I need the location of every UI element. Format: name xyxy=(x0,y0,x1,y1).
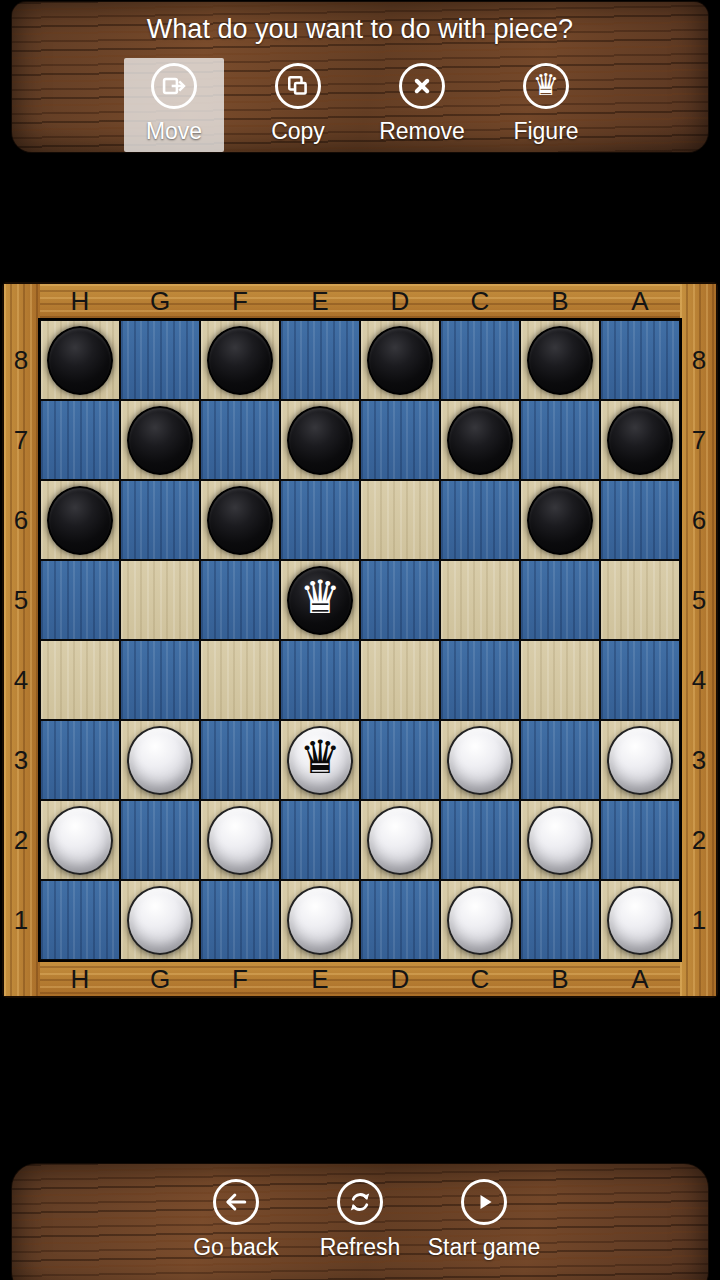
board-frame-right xyxy=(680,284,716,996)
crown-icon: ♛ xyxy=(299,574,340,620)
white-man[interactable] xyxy=(447,886,513,955)
board-field: ♛♛ xyxy=(38,318,682,962)
white-man[interactable] xyxy=(207,806,273,875)
black-man[interactable] xyxy=(527,486,593,555)
square-h5[interactable] xyxy=(40,560,120,640)
white-man[interactable] xyxy=(447,726,513,795)
white-king[interactable]: ♛ xyxy=(287,726,353,795)
white-man[interactable] xyxy=(607,886,673,955)
square-d6[interactable] xyxy=(360,480,440,560)
start-game-label: Start game xyxy=(428,1234,541,1261)
square-c1[interactable] xyxy=(440,880,520,960)
square-b3[interactable] xyxy=(520,720,600,800)
white-man[interactable] xyxy=(367,806,433,875)
square-g3[interactable] xyxy=(120,720,200,800)
square-d1[interactable] xyxy=(360,880,440,960)
square-g1[interactable] xyxy=(120,880,200,960)
circular-arrows-icon xyxy=(337,1179,383,1225)
square-a4[interactable] xyxy=(600,640,680,720)
go-back-button[interactable]: Go back xyxy=(181,1174,291,1274)
copy-button[interactable]: Copy xyxy=(248,58,348,152)
square-b8[interactable] xyxy=(520,320,600,400)
black-man[interactable] xyxy=(47,486,113,555)
white-man[interactable] xyxy=(287,886,353,955)
square-a2[interactable] xyxy=(600,800,680,880)
play-triangle-icon xyxy=(461,1179,507,1225)
square-h2[interactable] xyxy=(40,800,120,880)
square-f5[interactable] xyxy=(200,560,280,640)
box-arrow-right-icon xyxy=(151,63,197,109)
move-label: Move xyxy=(146,118,202,145)
black-man[interactable] xyxy=(127,406,193,475)
arrow-left-icon xyxy=(213,1179,259,1225)
square-e5[interactable]: ♛ xyxy=(280,560,360,640)
square-h8[interactable] xyxy=(40,320,120,400)
refresh-label: Refresh xyxy=(320,1234,401,1261)
square-f1[interactable] xyxy=(200,880,280,960)
square-f6[interactable] xyxy=(200,480,280,560)
square-f8[interactable] xyxy=(200,320,280,400)
square-d4[interactable] xyxy=(360,640,440,720)
square-h4[interactable] xyxy=(40,640,120,720)
square-e8[interactable] xyxy=(280,320,360,400)
white-man[interactable] xyxy=(527,806,593,875)
square-f2[interactable] xyxy=(200,800,280,880)
black-man[interactable] xyxy=(607,406,673,475)
square-d8[interactable] xyxy=(360,320,440,400)
square-a8[interactable] xyxy=(600,320,680,400)
square-g2[interactable] xyxy=(120,800,200,880)
dialog-actions: Move Copy Remove ♛ xyxy=(12,58,708,152)
board-frame-top xyxy=(4,284,716,320)
board-frame-left xyxy=(4,284,40,996)
go-back-label: Go back xyxy=(193,1234,279,1261)
square-d3[interactable] xyxy=(360,720,440,800)
square-e6[interactable] xyxy=(280,480,360,560)
square-g8[interactable] xyxy=(120,320,200,400)
checkers-board: HGFEDCBA HGFEDCBA 87654321 87654321 ♛♛ xyxy=(4,284,716,996)
refresh-button[interactable]: Refresh xyxy=(305,1174,415,1274)
square-f3[interactable] xyxy=(200,720,280,800)
square-c7[interactable] xyxy=(440,400,520,480)
square-c4[interactable] xyxy=(440,640,520,720)
copy-label: Copy xyxy=(271,118,325,145)
square-e4[interactable] xyxy=(280,640,360,720)
square-c6[interactable] xyxy=(440,480,520,560)
toolbar-buttons: Go back Refresh Start game xyxy=(12,1174,708,1274)
remove-label: Remove xyxy=(379,118,465,145)
square-a1[interactable] xyxy=(600,880,680,960)
square-d5[interactable] xyxy=(360,560,440,640)
black-man[interactable] xyxy=(367,326,433,395)
square-f4[interactable] xyxy=(200,640,280,720)
square-f7[interactable] xyxy=(200,400,280,480)
square-b7[interactable] xyxy=(520,400,600,480)
black-man[interactable] xyxy=(447,406,513,475)
square-e1[interactable] xyxy=(280,880,360,960)
black-man[interactable] xyxy=(207,326,273,395)
square-a5[interactable] xyxy=(600,560,680,640)
crown-icon: ♛ xyxy=(523,63,569,109)
black-man[interactable] xyxy=(207,486,273,555)
square-h6[interactable] xyxy=(40,480,120,560)
start-game-button[interactable]: Start game xyxy=(429,1174,539,1274)
square-g7[interactable] xyxy=(120,400,200,480)
square-e3[interactable]: ♛ xyxy=(280,720,360,800)
black-king[interactable]: ♛ xyxy=(287,566,353,635)
square-c5[interactable] xyxy=(440,560,520,640)
square-h3[interactable] xyxy=(40,720,120,800)
square-d2[interactable] xyxy=(360,800,440,880)
black-man[interactable] xyxy=(527,326,593,395)
square-h1[interactable] xyxy=(40,880,120,960)
square-a7[interactable] xyxy=(600,400,680,480)
square-e7[interactable] xyxy=(280,400,360,480)
remove-button[interactable]: Remove xyxy=(372,58,472,152)
figure-label: Figure xyxy=(513,118,578,145)
white-man[interactable] xyxy=(47,806,113,875)
black-man[interactable] xyxy=(287,406,353,475)
white-man[interactable] xyxy=(127,726,193,795)
square-g4[interactable] xyxy=(120,640,200,720)
piece-action-dialog: What do you want to do with piece? Move xyxy=(12,2,708,152)
black-man[interactable] xyxy=(47,326,113,395)
white-man[interactable] xyxy=(127,886,193,955)
square-g5[interactable] xyxy=(120,560,200,640)
square-h7[interactable] xyxy=(40,400,120,480)
square-b2[interactable] xyxy=(520,800,600,880)
square-a3[interactable] xyxy=(600,720,680,800)
white-man[interactable] xyxy=(607,726,673,795)
circle-x-icon xyxy=(399,63,445,109)
square-b1[interactable] xyxy=(520,880,600,960)
square-a6[interactable] xyxy=(600,480,680,560)
square-d7[interactable] xyxy=(360,400,440,480)
square-e2[interactable] xyxy=(280,800,360,880)
figure-button[interactable]: ♛ Figure xyxy=(496,58,596,152)
square-c8[interactable] xyxy=(440,320,520,400)
square-b4[interactable] xyxy=(520,640,600,720)
overlapping-squares-icon xyxy=(275,63,321,109)
move-button[interactable]: Move xyxy=(124,58,224,152)
square-g6[interactable] xyxy=(120,480,200,560)
crown-icon: ♛ xyxy=(299,734,340,780)
dialog-title: What do you want to do with piece? xyxy=(12,14,708,45)
square-b5[interactable] xyxy=(520,560,600,640)
square-c2[interactable] xyxy=(440,800,520,880)
board-frame-bottom xyxy=(4,960,716,996)
square-c3[interactable] xyxy=(440,720,520,800)
bottom-toolbar: Go back Refresh Start game xyxy=(12,1164,708,1280)
square-b6[interactable] xyxy=(520,480,600,560)
